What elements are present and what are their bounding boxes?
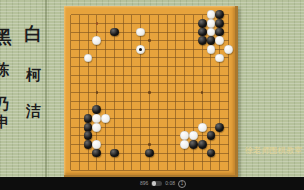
video-frame: 黑 陈 乃 申 白 柯 洁 徐老师围棋教室 896 0:08 1 <box>0 0 304 190</box>
hint-dot <box>96 22 98 24</box>
stone-white <box>207 19 216 28</box>
stone-black <box>207 36 216 45</box>
stone-black <box>84 131 93 140</box>
stone-black <box>92 149 101 158</box>
stone-black <box>110 149 119 158</box>
white-player-panel: 白 柯 洁 <box>24 0 43 177</box>
stone-black <box>92 105 101 114</box>
white-player-name-char: 柯 <box>24 67 43 82</box>
stone-black <box>215 10 224 19</box>
stone-white <box>180 131 189 140</box>
stone-white <box>92 36 101 45</box>
stone-black <box>84 123 93 132</box>
last-move-marker <box>139 48 142 51</box>
black-player-name-char: 陈 <box>0 62 11 77</box>
grid-line-horizontal <box>71 161 229 162</box>
stone-white <box>92 123 101 132</box>
stone-white <box>224 45 233 54</box>
stone-white <box>101 114 110 123</box>
stone-white <box>207 10 216 19</box>
time-display: 0:08 <box>165 181 175 186</box>
stone-white <box>136 28 145 37</box>
watermark-text: 徐老师围棋教室 <box>245 146 304 156</box>
stone-white <box>207 28 216 37</box>
black-player-panel: 黑 陈 乃 申 <box>0 0 11 177</box>
stone-black <box>198 36 207 45</box>
white-player-name-char: 洁 <box>24 103 43 118</box>
stone-black <box>215 19 224 28</box>
white-player-label: 白 <box>24 25 43 43</box>
player-bar-controls: 896 0:08 1 <box>140 177 186 190</box>
stone-black <box>198 140 207 149</box>
stone-black <box>198 19 207 28</box>
black-player-label: 黑 <box>0 28 11 46</box>
grid-line-vertical <box>167 15 168 171</box>
stone-white <box>136 45 145 54</box>
stone-black <box>198 28 207 37</box>
stone-white <box>180 140 189 149</box>
black-player-name-char: 申 <box>0 114 11 129</box>
badge-icon: 1 <box>178 180 186 188</box>
stone-white <box>215 54 224 63</box>
go-board <box>64 6 238 177</box>
black-player-name-char: 乃 <box>0 96 11 111</box>
stone-white <box>207 45 216 54</box>
star-point <box>96 91 99 94</box>
stone-white <box>84 54 93 63</box>
grid-line-vertical <box>228 15 229 171</box>
stone-black <box>207 131 216 140</box>
stone-white <box>198 123 207 132</box>
video-player-bar[interactable]: 896 0:08 1 <box>0 177 304 190</box>
stone-black <box>84 140 93 149</box>
stone-black <box>215 123 224 132</box>
stone-white <box>92 114 101 123</box>
danmaku-count: 896 <box>140 181 148 186</box>
grid-line-horizontal <box>71 170 229 171</box>
stone-black <box>215 28 224 37</box>
stone-black <box>84 114 93 123</box>
tatami-seam <box>45 0 47 177</box>
star-point <box>148 91 151 94</box>
stone-black <box>110 28 119 37</box>
danmaku-toggle[interactable] <box>151 181 162 187</box>
grid-line-vertical <box>158 15 159 171</box>
stone-white <box>92 140 101 149</box>
star-point <box>148 143 151 146</box>
stone-black <box>189 140 198 149</box>
hint-dot <box>96 31 98 33</box>
grid-line-vertical <box>175 15 176 171</box>
stone-white <box>189 131 198 140</box>
grid-line-horizontal <box>71 135 229 136</box>
stone-black <box>145 149 154 158</box>
star-point <box>148 39 151 42</box>
toggle-knob-icon <box>152 181 157 186</box>
stone-black <box>207 149 216 158</box>
grid-line-horizontal <box>71 101 229 102</box>
stone-white <box>215 36 224 45</box>
